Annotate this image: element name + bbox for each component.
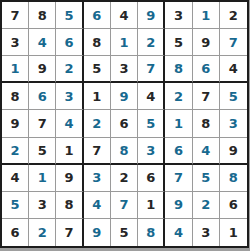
cell-r8c5[interactable]: 7 bbox=[111, 192, 138, 219]
cell-r3c5[interactable]: 3 bbox=[111, 56, 138, 83]
cell-r1c7[interactable]: 3 bbox=[165, 2, 192, 29]
cell-r7c1[interactable]: 4 bbox=[2, 165, 29, 192]
cell-r5c9[interactable]: 3 bbox=[220, 110, 247, 137]
cell-r9c4[interactable]: 9 bbox=[84, 219, 111, 246]
cell-r7c8[interactable]: 5 bbox=[193, 165, 220, 192]
cell-r2c9[interactable]: 7 bbox=[220, 29, 247, 56]
cell-r5c3[interactable]: 4 bbox=[56, 110, 83, 137]
cell-r4c3[interactable]: 3 bbox=[56, 83, 83, 110]
cell-r8c1[interactable]: 5 bbox=[2, 192, 29, 219]
cell-r8c4[interactable]: 4 bbox=[84, 192, 111, 219]
cell-r4c4[interactable]: 1 bbox=[84, 83, 111, 110]
cell-r2c1[interactable]: 3 bbox=[2, 29, 29, 56]
cell-r7c3[interactable]: 9 bbox=[56, 165, 83, 192]
cell-r9c9[interactable]: 1 bbox=[220, 219, 247, 246]
cell-r9c5[interactable]: 5 bbox=[111, 219, 138, 246]
cell-r3c9[interactable]: 4 bbox=[220, 56, 247, 83]
cell-r9c1[interactable]: 6 bbox=[2, 219, 29, 246]
cell-r8c2[interactable]: 3 bbox=[29, 192, 56, 219]
cell-r7c2[interactable]: 1 bbox=[29, 165, 56, 192]
cell-r1c8[interactable]: 1 bbox=[193, 2, 220, 29]
cell-r2c5[interactable]: 1 bbox=[111, 29, 138, 56]
cell-r6c8[interactable]: 4 bbox=[193, 138, 220, 165]
cell-r7c5[interactable]: 2 bbox=[111, 165, 138, 192]
cell-r3c6[interactable]: 7 bbox=[138, 56, 165, 83]
cell-r4c2[interactable]: 6 bbox=[29, 83, 56, 110]
cell-r1c1[interactable]: 7 bbox=[2, 2, 29, 29]
cell-r5c7[interactable]: 1 bbox=[165, 110, 192, 137]
cell-r1c3[interactable]: 5 bbox=[56, 2, 83, 29]
cell-r7c6[interactable]: 6 bbox=[138, 165, 165, 192]
cell-r1c6[interactable]: 9 bbox=[138, 2, 165, 29]
cell-r8c6[interactable]: 1 bbox=[138, 192, 165, 219]
cell-r8c7[interactable]: 9 bbox=[165, 192, 192, 219]
cell-r2c4[interactable]: 8 bbox=[84, 29, 111, 56]
cell-r3c8[interactable]: 6 bbox=[193, 56, 220, 83]
cell-r9c8[interactable]: 3 bbox=[193, 219, 220, 246]
cell-r4c7[interactable]: 2 bbox=[165, 83, 192, 110]
cell-r1c4[interactable]: 6 bbox=[84, 2, 111, 29]
cell-r6c3[interactable]: 1 bbox=[56, 138, 83, 165]
cell-r5c8[interactable]: 8 bbox=[193, 110, 220, 137]
cell-r1c5[interactable]: 4 bbox=[111, 2, 138, 29]
cell-r1c2[interactable]: 8 bbox=[29, 2, 56, 29]
sudoku-board-frame: 7856493123468125971925378648631942759742… bbox=[0, 0, 250, 251]
cell-r2c2[interactable]: 4 bbox=[29, 29, 56, 56]
cell-r6c5[interactable]: 8 bbox=[111, 138, 138, 165]
cell-r5c2[interactable]: 7 bbox=[29, 110, 56, 137]
cell-r1c9[interactable]: 2 bbox=[220, 2, 247, 29]
cell-r6c2[interactable]: 5 bbox=[29, 138, 56, 165]
cell-r7c7[interactable]: 7 bbox=[165, 165, 192, 192]
cell-r4c8[interactable]: 7 bbox=[193, 83, 220, 110]
cell-r9c6[interactable]: 8 bbox=[138, 219, 165, 246]
cell-r6c1[interactable]: 2 bbox=[2, 138, 29, 165]
cell-r5c6[interactable]: 5 bbox=[138, 110, 165, 137]
cell-r2c3[interactable]: 6 bbox=[56, 29, 83, 56]
cell-r8c8[interactable]: 2 bbox=[193, 192, 220, 219]
cell-r8c9[interactable]: 6 bbox=[220, 192, 247, 219]
cell-r9c2[interactable]: 2 bbox=[29, 219, 56, 246]
cell-r5c1[interactable]: 9 bbox=[2, 110, 29, 137]
cell-r7c4[interactable]: 3 bbox=[84, 165, 111, 192]
cell-r2c8[interactable]: 9 bbox=[193, 29, 220, 56]
cell-r7c9[interactable]: 8 bbox=[220, 165, 247, 192]
cell-r6c4[interactable]: 7 bbox=[84, 138, 111, 165]
cell-r6c7[interactable]: 6 bbox=[165, 138, 192, 165]
cell-r3c1[interactable]: 1 bbox=[2, 56, 29, 83]
cell-r4c9[interactable]: 5 bbox=[220, 83, 247, 110]
sudoku-board: 7856493123468125971925378648631942759742… bbox=[0, 0, 249, 248]
cell-r8c3[interactable]: 8 bbox=[56, 192, 83, 219]
cell-r3c7[interactable]: 8 bbox=[165, 56, 192, 83]
cell-r6c6[interactable]: 3 bbox=[138, 138, 165, 165]
cell-r3c4[interactable]: 5 bbox=[84, 56, 111, 83]
cell-r9c7[interactable]: 4 bbox=[165, 219, 192, 246]
cell-r5c4[interactable]: 2 bbox=[84, 110, 111, 137]
cell-r4c5[interactable]: 9 bbox=[111, 83, 138, 110]
cell-r3c3[interactable]: 2 bbox=[56, 56, 83, 83]
cell-r6c9[interactable]: 9 bbox=[220, 138, 247, 165]
cell-r9c3[interactable]: 7 bbox=[56, 219, 83, 246]
cell-r4c6[interactable]: 4 bbox=[138, 83, 165, 110]
cell-r3c2[interactable]: 9 bbox=[29, 56, 56, 83]
cell-r2c6[interactable]: 2 bbox=[138, 29, 165, 56]
cell-r2c7[interactable]: 5 bbox=[165, 29, 192, 56]
cell-r4c1[interactable]: 8 bbox=[2, 83, 29, 110]
cell-r5c5[interactable]: 6 bbox=[111, 110, 138, 137]
